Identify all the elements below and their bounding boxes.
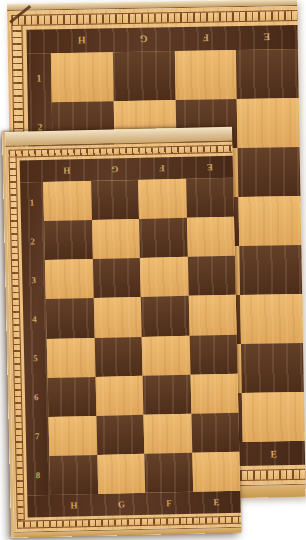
square-g1 bbox=[91, 180, 139, 220]
square-g2 bbox=[92, 219, 140, 259]
file-labels-top: HGFE bbox=[26, 25, 297, 54]
square-f5 bbox=[142, 335, 190, 375]
square-e1 bbox=[186, 178, 234, 218]
square-f6 bbox=[143, 374, 191, 414]
square-f4 bbox=[141, 296, 189, 336]
chess-squares-grid bbox=[43, 178, 240, 495]
square-g7 bbox=[96, 415, 144, 455]
file-label-bottom-f: F bbox=[145, 492, 193, 515]
square-h7 bbox=[48, 416, 96, 456]
rank-label-1: 1 bbox=[20, 182, 44, 222]
file-label-top-h: H bbox=[50, 28, 112, 53]
band-corner bbox=[26, 29, 50, 53]
square-h1 bbox=[43, 181, 91, 221]
rank-label-2: 2 bbox=[21, 221, 45, 261]
square-g4 bbox=[93, 297, 141, 337]
rank-label-7: 7 bbox=[25, 417, 49, 457]
square-e7 bbox=[241, 343, 304, 393]
square-g5 bbox=[94, 336, 142, 376]
square-h3 bbox=[45, 259, 93, 299]
file-label-bottom-g: G bbox=[98, 493, 146, 516]
foreground-board-half: HGFE 12345678 HGFE bbox=[2, 127, 241, 538]
square-f3 bbox=[140, 257, 188, 297]
square-h1 bbox=[51, 52, 114, 102]
band-corner bbox=[27, 495, 50, 518]
square-e2 bbox=[237, 98, 300, 148]
rank-label-1: 1 bbox=[27, 53, 52, 102]
square-g1 bbox=[113, 51, 176, 101]
file-label-top-e: E bbox=[236, 25, 298, 50]
square-g8 bbox=[97, 454, 145, 494]
square-e5 bbox=[240, 245, 303, 295]
file-label-top-h: H bbox=[43, 159, 91, 182]
product-photo: HGFE 12345678 HGFE HGFE 12345678 HGFE bbox=[0, 0, 306, 540]
file-label-top-f: F bbox=[174, 26, 236, 51]
file-label-top-g: G bbox=[112, 27, 174, 52]
square-e6 bbox=[240, 294, 303, 344]
rank-label-3: 3 bbox=[22, 260, 46, 300]
square-f1 bbox=[174, 50, 237, 100]
file-label-bottom-e: E bbox=[193, 491, 241, 514]
square-e4 bbox=[188, 295, 236, 335]
band-corner bbox=[20, 160, 43, 183]
square-h4 bbox=[46, 298, 94, 338]
square-f8 bbox=[144, 453, 192, 493]
square-h8 bbox=[49, 455, 97, 495]
square-h2 bbox=[44, 220, 92, 260]
square-e2 bbox=[186, 217, 234, 257]
square-e1 bbox=[236, 49, 299, 99]
rank-label-5: 5 bbox=[24, 339, 48, 379]
file-label-top-g: G bbox=[90, 158, 138, 181]
square-g3 bbox=[92, 258, 140, 298]
file-label-bottom-e: E bbox=[243, 441, 305, 466]
rank-label-6: 6 bbox=[25, 378, 49, 418]
square-e4 bbox=[239, 196, 302, 246]
square-e8 bbox=[242, 392, 305, 442]
rank-label-8: 8 bbox=[26, 456, 50, 496]
square-e8 bbox=[192, 452, 240, 492]
file-label-bottom-h: H bbox=[50, 494, 98, 517]
square-e3 bbox=[238, 147, 301, 197]
square-e7 bbox=[191, 412, 239, 452]
file-label-top-f: F bbox=[138, 157, 186, 180]
rank-label-4: 4 bbox=[23, 299, 47, 339]
square-e3 bbox=[187, 256, 235, 296]
square-e6 bbox=[190, 373, 238, 413]
meander-border-top bbox=[11, 10, 297, 26]
square-f2 bbox=[139, 218, 187, 258]
square-f7 bbox=[143, 414, 191, 454]
square-h6 bbox=[48, 377, 96, 417]
front-board-face: HGFE 12345678 HGFE bbox=[5, 142, 241, 532]
file-label-top-e: E bbox=[185, 156, 233, 179]
meander-border-bottom bbox=[17, 516, 241, 529]
square-g6 bbox=[95, 375, 143, 415]
square-e5 bbox=[189, 334, 237, 374]
square-h5 bbox=[47, 337, 95, 377]
square-f1 bbox=[138, 179, 186, 219]
